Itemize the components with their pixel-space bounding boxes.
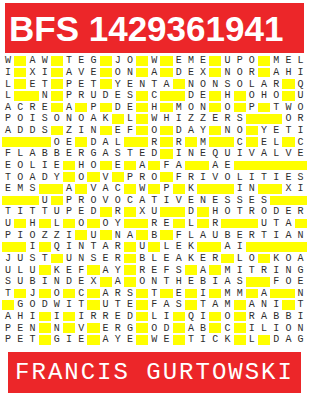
letter-cell: I <box>75 125 87 137</box>
block-cell <box>282 241 294 253</box>
letter-cell: P <box>246 102 258 114</box>
letter-cell: E <box>185 195 197 207</box>
letter-cell: A <box>100 183 112 195</box>
block-cell <box>100 78 112 90</box>
block-cell <box>258 102 270 114</box>
letter-cell: S <box>87 253 99 265</box>
letter-cell: I <box>14 229 26 241</box>
block-cell <box>160 206 172 218</box>
letter-cell: E <box>100 253 112 265</box>
letter-cell: O <box>87 195 99 207</box>
letter-cell: I <box>270 171 282 183</box>
letter-cell: I <box>270 322 282 334</box>
block-cell <box>258 334 270 346</box>
letter-cell: S <box>295 171 307 183</box>
letter-cell: A <box>63 102 75 114</box>
letter-cell: U <box>209 229 221 241</box>
letter-cell: P <box>234 55 246 67</box>
letter-cell: T <box>270 218 282 230</box>
block-cell <box>100 160 112 172</box>
letter-cell: T <box>124 148 136 160</box>
letter-cell: N <box>124 67 136 79</box>
letter-cell: O <box>14 171 26 183</box>
letter-cell: N <box>87 125 99 137</box>
block-cell <box>136 136 148 148</box>
letter-cell: R <box>246 229 258 241</box>
letter-cell: A <box>100 241 112 253</box>
letter-cell: B <box>39 148 51 160</box>
letter-cell: I <box>173 148 185 160</box>
letter-cell: P <box>160 183 172 195</box>
letter-cell: V <box>246 148 258 160</box>
block-cell <box>282 299 294 311</box>
letter-cell: L <box>148 253 160 265</box>
letter-cell: V <box>87 183 99 195</box>
letter-cell: T <box>148 288 160 300</box>
letter-cell: O <box>295 102 307 114</box>
block-cell <box>258 160 270 172</box>
letter-cell: P <box>2 229 14 241</box>
block-cell <box>124 136 136 148</box>
block-cell <box>246 288 258 300</box>
letter-cell: F <box>2 148 14 160</box>
letter-cell: A <box>173 160 185 172</box>
block-cell <box>160 229 172 241</box>
letter-cell: O <box>26 229 38 241</box>
letter-cell: U <box>2 218 14 230</box>
letter-cell: O <box>282 322 294 334</box>
block-cell <box>136 334 148 346</box>
block-cell <box>136 113 148 125</box>
block-cell <box>39 311 51 323</box>
letter-cell: E <box>63 136 75 148</box>
letter-cell: T <box>2 288 14 300</box>
letter-cell: T <box>258 171 270 183</box>
block-cell <box>258 183 270 195</box>
block-cell <box>185 288 197 300</box>
letter-cell: O <box>246 90 258 102</box>
letter-cell: A <box>100 136 112 148</box>
letter-cell: E <box>2 183 14 195</box>
block-cell <box>136 299 148 311</box>
block-cell <box>246 160 258 172</box>
letter-cell: O <box>270 90 282 102</box>
block-cell <box>124 241 136 253</box>
block-cell <box>173 334 185 346</box>
letter-cell: I <box>295 125 307 137</box>
letter-cell: R <box>258 264 270 276</box>
letter-cell: C <box>75 288 87 300</box>
letter-cell: D <box>270 334 282 346</box>
letter-cell: M <box>221 264 233 276</box>
letter-cell: E <box>75 206 87 218</box>
block-cell <box>136 229 148 241</box>
block-cell <box>234 102 246 114</box>
block-cell <box>160 171 172 183</box>
block-cell <box>63 288 75 300</box>
block-cell <box>209 125 221 137</box>
letter-cell: X <box>197 67 209 79</box>
block-cell <box>2 136 14 148</box>
block-cell <box>246 125 258 137</box>
letter-cell: W <box>148 334 160 346</box>
letter-cell: O <box>136 276 148 288</box>
letter-cell: E <box>75 55 87 67</box>
letter-cell: X <box>26 67 38 79</box>
letter-cell: I <box>75 311 87 323</box>
block-cell <box>87 218 99 230</box>
block-cell <box>14 78 26 90</box>
block-cell <box>282 78 294 90</box>
letter-cell: E <box>160 334 172 346</box>
letter-cell: L <box>185 229 197 241</box>
letter-cell: I <box>270 229 282 241</box>
letter-cell: I <box>234 264 246 276</box>
block-cell <box>270 195 282 207</box>
block-cell <box>124 253 136 265</box>
letter-cell: E <box>51 160 63 172</box>
letter-cell: E <box>270 125 282 137</box>
block-cell <box>51 67 63 79</box>
block-cell <box>39 218 51 230</box>
letter-cell: N <box>295 288 307 300</box>
letter-cell: N <box>197 195 209 207</box>
block-cell <box>246 218 258 230</box>
letter-cell: A <box>258 78 270 90</box>
block-cell <box>14 55 26 67</box>
letter-cell: U <box>295 90 307 102</box>
letter-cell: R <box>209 218 221 230</box>
block-cell <box>295 218 307 230</box>
block-cell <box>160 148 172 160</box>
block-cell <box>209 67 221 79</box>
letter-cell: U <box>39 195 51 207</box>
letter-cell: N <box>75 253 87 265</box>
letter-cell: A <box>112 276 124 288</box>
block-cell <box>136 311 148 323</box>
block-cell <box>282 160 294 172</box>
letter-cell: E <box>173 241 185 253</box>
letter-cell: A <box>221 241 233 253</box>
letter-cell: G <box>295 264 307 276</box>
letter-cell: L <box>234 171 246 183</box>
letter-cell: Z <box>63 125 75 137</box>
letter-cell: C <box>14 102 26 114</box>
letter-cell: R <box>148 136 160 148</box>
letter-cell: T <box>185 334 197 346</box>
block-cell <box>124 160 136 172</box>
letter-cell: C <box>295 136 307 148</box>
letter-cell: O <box>234 78 246 90</box>
block-cell <box>2 299 14 311</box>
block-cell <box>148 160 160 172</box>
letter-cell: N <box>136 78 148 90</box>
block-cell <box>209 241 221 253</box>
letter-cell: P <box>124 171 136 183</box>
letter-cell: N <box>148 276 160 288</box>
block-cell <box>246 276 258 288</box>
letter-cell: B <box>26 276 38 288</box>
letter-cell: X <box>87 276 99 288</box>
letter-cell: E <box>246 195 258 207</box>
letter-cell: L <box>51 218 63 230</box>
block-cell <box>63 171 75 183</box>
block-cell <box>14 195 26 207</box>
block-cell <box>258 276 270 288</box>
block-cell <box>270 113 282 125</box>
letter-cell: O <box>246 55 258 67</box>
letter-cell: F <box>124 125 136 137</box>
letter-cell: E <box>282 206 294 218</box>
letter-cell: S <box>2 276 14 288</box>
letter-cell: O <box>221 311 233 323</box>
letter-cell: M <box>270 55 282 67</box>
letter-cell: O <box>14 160 26 172</box>
letter-cell: A <box>26 171 38 183</box>
letter-cell: A <box>100 148 112 160</box>
letter-cell: U <box>100 299 112 311</box>
letter-cell: I <box>197 171 209 183</box>
letter-cell: P <box>63 195 75 207</box>
letter-cell: I <box>39 160 51 172</box>
block-cell <box>270 241 282 253</box>
letter-cell: I <box>209 276 221 288</box>
letter-cell: R <box>112 206 124 218</box>
letter-cell: U <box>148 206 160 218</box>
letter-cell: N <box>246 183 258 195</box>
letter-cell: I <box>51 311 63 323</box>
block-cell <box>100 67 112 79</box>
letter-cell: A <box>173 253 185 265</box>
letter-cell: E <box>282 171 294 183</box>
block-cell <box>270 183 282 195</box>
letter-cell: T <box>295 299 307 311</box>
block-cell <box>258 67 270 79</box>
block-cell <box>136 67 148 79</box>
letter-cell: O <box>75 218 87 230</box>
letter-cell: R <box>136 264 148 276</box>
letter-cell: D <box>100 90 112 102</box>
letter-cell: O <box>51 136 63 148</box>
letter-cell: U <box>258 218 270 230</box>
block-cell <box>160 55 172 67</box>
letter-cell: I <box>63 299 75 311</box>
letter-cell: Z <box>185 113 197 125</box>
block-cell <box>14 288 26 300</box>
block-cell <box>136 125 148 137</box>
letter-cell: O <box>26 299 38 311</box>
letter-cell: N <box>209 78 221 90</box>
letter-cell: D <box>173 67 185 79</box>
letter-cell: A <box>136 195 148 207</box>
letter-cell: G <box>295 334 307 346</box>
block-cell <box>100 276 112 288</box>
block-cell <box>51 253 63 265</box>
letter-cell: F <box>148 299 160 311</box>
letter-cell: U <box>2 264 14 276</box>
letter-cell: E <box>197 148 209 160</box>
letter-cell: E <box>124 78 136 90</box>
letter-cell: A <box>160 78 172 90</box>
letter-cell: O <box>112 67 124 79</box>
letter-cell: R <box>26 102 38 114</box>
letter-cell: B <box>197 276 209 288</box>
letter-cell: O <box>282 276 294 288</box>
letter-cell: G <box>14 299 26 311</box>
letter-cell: E <box>185 276 197 288</box>
letter-cell: D <box>185 90 197 102</box>
letter-cell: O <box>51 288 63 300</box>
block-cell <box>124 264 136 276</box>
letter-cell: O <box>221 102 233 114</box>
letter-cell: J <box>112 55 124 67</box>
block-cell <box>124 276 136 288</box>
letter-cell: A <box>26 148 38 160</box>
block-cell <box>270 288 282 300</box>
letter-cell: N <box>39 90 51 102</box>
letter-cell: H <box>160 113 172 125</box>
block-cell <box>258 113 270 125</box>
letter-cell: L <box>246 334 258 346</box>
block-cell <box>221 183 233 195</box>
letter-cell: E <box>2 160 14 172</box>
block-cell <box>148 241 160 253</box>
block-cell <box>173 206 185 218</box>
letter-cell: L <box>295 55 307 67</box>
letter-cell: A <box>282 218 294 230</box>
letter-cell: E <box>173 288 185 300</box>
letter-cell: T <box>39 78 51 90</box>
letter-cell: O <box>185 102 197 114</box>
block-cell <box>185 136 197 148</box>
letter-cell: P <box>63 78 75 90</box>
author-band: FRANCIS GURTOWSKI <box>8 352 301 393</box>
letter-cell: T <box>26 206 38 218</box>
letter-cell: E <box>75 276 87 288</box>
block-cell <box>282 136 294 148</box>
letter-cell: R <box>209 253 221 265</box>
letter-cell: A <box>197 264 209 276</box>
letter-cell: F <box>270 276 282 288</box>
letter-cell: I <box>234 148 246 160</box>
letter-cell: Y <box>258 125 270 137</box>
letter-cell: V <box>75 322 87 334</box>
block-cell <box>234 90 246 102</box>
letter-cell: A <box>100 288 112 300</box>
letter-cell: N <box>75 241 87 253</box>
letter-cell: Q <box>209 148 221 160</box>
block-cell <box>51 78 63 90</box>
letter-cell: Y <box>197 125 209 137</box>
block-cell <box>282 90 294 102</box>
block-cell <box>246 241 258 253</box>
letter-cell: H <box>148 102 160 114</box>
letter-cell: D <box>14 125 26 137</box>
block-cell <box>209 183 221 195</box>
block-cell <box>26 136 38 148</box>
title-band: BFS 1429361941 <box>5 3 304 53</box>
letter-cell: A <box>26 55 38 67</box>
block-cell <box>26 195 38 207</box>
block-cell <box>136 102 148 114</box>
letter-cell: V <box>100 171 112 183</box>
letter-cell: V <box>75 67 87 79</box>
letter-cell: T <box>87 78 99 90</box>
letter-cell: E <box>295 148 307 160</box>
letter-cell: E <box>197 90 209 102</box>
block-cell <box>100 125 112 137</box>
letter-cell: K <box>51 264 63 276</box>
block-cell <box>63 160 75 172</box>
block-cell <box>39 322 51 334</box>
letter-cell: N <box>51 276 63 288</box>
letter-cell: O <box>234 67 246 79</box>
block-cell <box>2 195 14 207</box>
letter-cell: E <box>124 334 136 346</box>
letter-cell: S <box>26 253 38 265</box>
cover-title: BFS 1429361941 <box>5 11 283 46</box>
letter-cell: O <box>100 218 112 230</box>
letter-cell: X <box>136 206 148 218</box>
letter-cell: U <box>26 264 38 276</box>
letter-cell: L <box>160 241 172 253</box>
letter-cell: H <box>258 90 270 102</box>
block-cell <box>185 160 197 172</box>
letter-cell: T <box>160 276 172 288</box>
letter-cell: Z <box>197 113 209 125</box>
letter-cell: E <box>185 67 197 79</box>
letter-cell: K <box>185 241 197 253</box>
letter-cell: R <box>87 311 99 323</box>
letter-cell: T <box>63 55 75 67</box>
letter-cell: O <box>282 113 294 125</box>
letter-cell: Y <box>112 78 124 90</box>
letter-cell: A <box>270 67 282 79</box>
letter-cell: K <box>221 334 233 346</box>
letter-cell: O <box>51 113 63 125</box>
letter-cell: I <box>234 241 246 253</box>
letter-cell: L <box>258 322 270 334</box>
letter-cell: D <box>173 125 185 137</box>
block-cell <box>87 322 99 334</box>
block-cell <box>234 322 246 334</box>
letter-cell: E <box>148 264 160 276</box>
letter-cell: L <box>270 136 282 148</box>
block-cell <box>209 322 221 334</box>
block-cell <box>258 253 270 265</box>
block-cell <box>160 90 172 102</box>
letter-cell: J <box>2 253 14 265</box>
letter-cell: Y <box>112 334 124 346</box>
block-cell <box>136 288 148 300</box>
block-cell <box>160 125 172 137</box>
letter-cell: T <box>2 206 14 218</box>
letter-cell: S <box>234 113 246 125</box>
letter-cell: L <box>14 264 26 276</box>
block-cell <box>173 322 185 334</box>
letter-cell: A <box>258 288 270 300</box>
letter-cell: P <box>2 322 14 334</box>
block-cell <box>2 241 14 253</box>
block-cell <box>173 78 185 90</box>
block-cell <box>75 102 87 114</box>
letter-cell: E <box>160 218 172 230</box>
block-cell <box>63 311 75 323</box>
letter-cell: U <box>51 206 63 218</box>
letter-cell: I <box>63 241 75 253</box>
letter-cell: I <box>63 229 75 241</box>
letter-cell: T <box>270 102 282 114</box>
